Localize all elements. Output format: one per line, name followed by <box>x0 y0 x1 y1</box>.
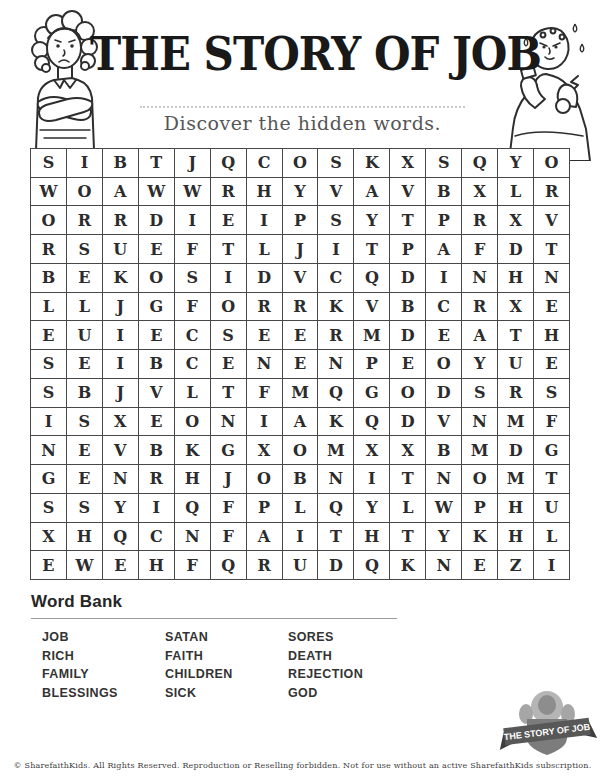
grid-cell[interactable]: K <box>390 551 425 579</box>
grid-cell[interactable]: O <box>534 149 569 177</box>
grid-cell[interactable]: S <box>175 264 210 292</box>
word-bank-word: BLESSINGS <box>42 684 165 703</box>
grid-cell[interactable]: F <box>175 235 210 263</box>
grid-cell[interactable]: S <box>67 494 102 522</box>
grid-cell[interactable]: D <box>498 235 533 263</box>
grid-cell[interactable]: L <box>390 494 425 522</box>
grid-cell[interactable]: R <box>498 379 533 407</box>
grid-cell[interactable]: L <box>67 293 102 321</box>
grid-cell[interactable]: R <box>247 293 282 321</box>
grid-cell[interactable]: L <box>31 293 66 321</box>
grid-cell[interactable]: E <box>103 551 138 579</box>
grid-cell[interactable]: A <box>354 178 389 206</box>
grid-cell[interactable]: H <box>498 264 533 292</box>
grid-cell[interactable]: F <box>211 494 246 522</box>
grid-cell[interactable]: K <box>462 523 497 551</box>
grid-cell[interactable]: Y <box>354 206 389 234</box>
grid-cell[interactable]: U <box>67 321 102 349</box>
grid-cell[interactable]: M <box>283 379 318 407</box>
grid-cell[interactable]: C <box>175 350 210 378</box>
grid-cell[interactable]: O <box>67 178 102 206</box>
word-bank-word: REJECTION <box>288 665 411 684</box>
grid-cell[interactable]: H <box>139 551 174 579</box>
grid-cell[interactable]: O <box>390 379 425 407</box>
grid-cell[interactable]: O <box>31 206 66 234</box>
grid-cell[interactable]: Q <box>211 551 246 579</box>
grid-cell[interactable]: S <box>318 149 353 177</box>
grid-cell[interactable]: W <box>31 178 66 206</box>
grid-cell[interactable]: V <box>426 408 461 436</box>
grid-cell[interactable]: Q <box>103 523 138 551</box>
grid-cell[interactable]: C <box>318 264 353 292</box>
grid-cell[interactable]: P <box>462 494 497 522</box>
grid-cell[interactable]: H <box>498 494 533 522</box>
grid-cell[interactable]: T <box>390 465 425 493</box>
grid-cell[interactable]: K <box>318 293 353 321</box>
dotted-divider <box>140 106 465 108</box>
story-of-job-badge: THE STORY OF JOB <box>497 686 597 758</box>
grid-cell[interactable]: S <box>211 321 246 349</box>
word-search-grid: SIBTJQCOSKXSQYOWOAWWRHYVAVBXLRORRDIEIPSY… <box>30 148 570 580</box>
grid-cell[interactable]: M <box>498 465 533 493</box>
grid-cell[interactable]: O <box>139 264 174 292</box>
grid-cell[interactable]: V <box>534 206 569 234</box>
grid-cell[interactable]: D <box>139 206 174 234</box>
grid-cell[interactable]: E <box>31 321 66 349</box>
grid-cell[interactable]: S <box>31 494 66 522</box>
grid-cell[interactable]: B <box>67 379 102 407</box>
grid-cell[interactable]: K <box>103 264 138 292</box>
grid-cell[interactable]: O <box>426 350 461 378</box>
grid-cell[interactable]: O <box>462 465 497 493</box>
grid-cell[interactable]: E <box>139 235 174 263</box>
badge-logo: THE STORY OF JOB <box>497 686 597 758</box>
grid-cell[interactable]: Y <box>103 494 138 522</box>
grid-cell[interactable]: X <box>354 436 389 464</box>
grid-cell[interactable]: J <box>283 235 318 263</box>
grid-cell[interactable]: G <box>534 436 569 464</box>
grid-cell[interactable]: H <box>498 523 533 551</box>
grid-cell[interactable]: E <box>139 321 174 349</box>
word-bank-column: JOBRICHFAMILYBLESSINGS <box>42 628 165 702</box>
grid-cell[interactable]: E <box>139 408 174 436</box>
grid-cell[interactable]: T <box>390 523 425 551</box>
grid-cell[interactable]: D <box>390 321 425 349</box>
grid-cell[interactable]: R <box>103 206 138 234</box>
grid-cell[interactable]: T <box>318 523 353 551</box>
grid-cell[interactable]: Q <box>354 551 389 579</box>
grid-cell[interactable]: K <box>175 436 210 464</box>
word-bank-word: GOD <box>288 684 411 703</box>
word-bank-word: SATAN <box>165 628 288 647</box>
grid-cell[interactable]: N <box>318 465 353 493</box>
grid-cell[interactable]: A <box>426 235 461 263</box>
grid-cell[interactable]: H <box>175 465 210 493</box>
grid-cell[interactable]: G <box>354 379 389 407</box>
grid-cell[interactable]: Q <box>354 408 389 436</box>
grid-cell[interactable]: I <box>67 149 102 177</box>
grid-cell[interactable]: N <box>31 436 66 464</box>
grid-cell[interactable]: O <box>283 149 318 177</box>
grid-cell[interactable]: O <box>247 465 282 493</box>
grid-cell[interactable]: K <box>354 149 389 177</box>
grid-cell[interactable]: B <box>390 293 425 321</box>
grid-cell[interactable]: X <box>498 206 533 234</box>
grid-cell[interactable]: B <box>426 436 461 464</box>
grid-cell[interactable]: D <box>247 264 282 292</box>
grid-cell[interactable]: X <box>103 408 138 436</box>
grid-cell[interactable]: I <box>247 206 282 234</box>
grid-cell[interactable]: L <box>498 178 533 206</box>
grid-cell[interactable]: N <box>534 264 569 292</box>
grid-cell[interactable]: D <box>390 264 425 292</box>
grid-cell[interactable]: S <box>31 379 66 407</box>
grid-cell[interactable]: T <box>211 379 246 407</box>
grid-cell[interactable]: I <box>103 350 138 378</box>
word-bank-column: SORESDEATHREJECTIONGOD <box>288 628 411 702</box>
grid-cell[interactable]: E <box>211 206 246 234</box>
word-bank-list: JOBRICHFAMILYBLESSINGSSATANFAITHCHILDREN… <box>42 628 442 702</box>
grid-cell[interactable]: J <box>211 465 246 493</box>
grid-cell[interactable]: U <box>283 551 318 579</box>
grid-cell[interactable]: F <box>175 551 210 579</box>
worksheet-page: THE STORY OF JOB Discover the hidden wor… <box>0 0 605 776</box>
grid-cell[interactable]: W <box>175 178 210 206</box>
grid-cell[interactable]: X <box>31 523 66 551</box>
grid-cell[interactable]: V <box>318 178 353 206</box>
grid-cell[interactable]: E <box>211 350 246 378</box>
grid-cell[interactable]: X <box>462 178 497 206</box>
grid-cell[interactable]: X <box>247 436 282 464</box>
grid-cell[interactable]: E <box>67 436 102 464</box>
grid-cell[interactable]: B <box>426 178 461 206</box>
grid-cell[interactable]: P <box>283 206 318 234</box>
grid-cell[interactable]: O <box>175 408 210 436</box>
page-title: THE STORY OF JOB <box>90 26 515 81</box>
grid-cell[interactable]: M <box>318 436 353 464</box>
grid-cell[interactable]: U <box>498 350 533 378</box>
grid-cell[interactable]: E <box>462 551 497 579</box>
grid-cell[interactable]: N <box>426 465 461 493</box>
grid-cell[interactable]: E <box>67 465 102 493</box>
grid-cell[interactable]: O <box>211 293 246 321</box>
grid-cell[interactable]: Q <box>354 264 389 292</box>
grid-cell[interactable]: T <box>211 235 246 263</box>
grid-cell[interactable]: Y <box>462 350 497 378</box>
grid-cell[interactable]: E <box>283 350 318 378</box>
grid-cell[interactable]: A <box>103 178 138 206</box>
grid-cell[interactable]: A <box>462 321 497 349</box>
grid-cell[interactable]: R <box>31 235 66 263</box>
grid-cell[interactable]: U <box>534 494 569 522</box>
copyright-text: © SharefaithKids. All Rights Reserved. R… <box>0 761 605 770</box>
grid-cell[interactable]: S <box>31 149 66 177</box>
grid-cell[interactable]: Z <box>498 551 533 579</box>
word-bank-word: JOB <box>42 628 165 647</box>
grid-cell[interactable]: X <box>498 293 533 321</box>
word-bank-heading: Word Bank <box>31 592 122 612</box>
grid-cell[interactable]: N <box>211 408 246 436</box>
grid-cell[interactable]: B <box>31 264 66 292</box>
grid-cell[interactable]: H <box>534 321 569 349</box>
grid-cell[interactable]: T <box>390 206 425 234</box>
grid-cell[interactable]: S <box>426 149 461 177</box>
grid-cell[interactable]: H <box>67 523 102 551</box>
grid-cell[interactable]: W <box>67 551 102 579</box>
grid-cell[interactable]: N <box>426 551 461 579</box>
grid-cell[interactable]: I <box>31 408 66 436</box>
grid-cell[interactable]: H <box>354 523 389 551</box>
grid-cell[interactable]: U <box>103 235 138 263</box>
grid-cell[interactable]: I <box>139 494 174 522</box>
grid-cell[interactable]: N <box>247 350 282 378</box>
grid-cell[interactable]: F <box>462 235 497 263</box>
grid-cell[interactable]: N <box>462 264 497 292</box>
grid-cell[interactable]: X <box>390 436 425 464</box>
grid-cell[interactable]: Y <box>354 494 389 522</box>
grid-cell[interactable]: R <box>247 551 282 579</box>
grid-cell[interactable]: O <box>283 436 318 464</box>
grid-cell[interactable]: L <box>247 235 282 263</box>
grid-cell[interactable]: D <box>318 551 353 579</box>
word-bank-column: SATANFAITHCHILDRENSICK <box>165 628 288 702</box>
grid-cell[interactable]: J <box>175 149 210 177</box>
grid-cell[interactable]: M <box>354 321 389 349</box>
grid-cell[interactable]: N <box>462 408 497 436</box>
grid-cell[interactable]: R <box>462 293 497 321</box>
grid-cell[interactable]: Q <box>175 494 210 522</box>
grid-cell[interactable]: Q <box>318 379 353 407</box>
grid-cell[interactable]: V <box>139 379 174 407</box>
grid-cell[interactable]: S <box>318 206 353 234</box>
grid-cell[interactable]: N <box>175 523 210 551</box>
grid-cell[interactable]: B <box>139 350 174 378</box>
grid-cell[interactable]: I <box>534 551 569 579</box>
grid-cell[interactable]: Y <box>426 523 461 551</box>
grid-cell[interactable]: Q <box>318 494 353 522</box>
grid-cell[interactable]: D <box>426 379 461 407</box>
word-bank-word: RICH <box>42 647 165 666</box>
word-bank-word: FAMILY <box>42 665 165 684</box>
grid-cell[interactable]: J <box>103 293 138 321</box>
grid-cell[interactable]: S <box>31 350 66 378</box>
grid-cell[interactable]: R <box>534 178 569 206</box>
grid-cell[interactable]: Y <box>498 149 533 177</box>
grid-cell[interactable]: L <box>534 523 569 551</box>
grid-cell[interactable]: I <box>318 235 353 263</box>
grid-cell[interactable]: B <box>283 465 318 493</box>
word-bank-word: DEATH <box>288 647 411 666</box>
grid-cell[interactable]: I <box>354 465 389 493</box>
grid-cell[interactable]: M <box>498 408 533 436</box>
grid-cell[interactable]: P <box>426 206 461 234</box>
word-bank-word: SICK <box>165 684 288 703</box>
grid-cell[interactable]: W <box>139 178 174 206</box>
grid-cell[interactable]: L <box>283 494 318 522</box>
grid-cell[interactable]: T <box>498 321 533 349</box>
word-bank-word: CHILDREN <box>165 665 288 684</box>
grid-cell[interactable]: V <box>283 264 318 292</box>
grid-cell[interactable]: A <box>247 523 282 551</box>
grid-cell[interactable]: Y <box>283 178 318 206</box>
grid-cell[interactable]: S <box>534 379 569 407</box>
grid-cell[interactable]: P <box>354 350 389 378</box>
grid-cell[interactable]: R <box>462 206 497 234</box>
grid-cell[interactable]: E <box>67 350 102 378</box>
grid-cell[interactable]: I <box>247 408 282 436</box>
grid-cell[interactable]: I <box>103 321 138 349</box>
grid-cell[interactable]: Q <box>462 149 497 177</box>
grid-cell[interactable]: E <box>390 350 425 378</box>
word-bank-divider <box>31 618 397 619</box>
grid-cell[interactable]: F <box>534 408 569 436</box>
grid-cell[interactable]: I <box>283 523 318 551</box>
grid-cell[interactable]: I <box>175 206 210 234</box>
grid-cell[interactable]: Q <box>211 149 246 177</box>
grid-cell[interactable]: J <box>103 379 138 407</box>
grid-cell[interactable]: F <box>175 293 210 321</box>
page-subtitle: Discover the hidden words. <box>90 112 515 134</box>
grid-cell[interactable]: P <box>390 235 425 263</box>
word-bank-word: FAITH <box>165 647 288 666</box>
grid-cell[interactable]: R <box>211 178 246 206</box>
grid-cell[interactable]: R <box>283 293 318 321</box>
grid-cell[interactable]: G <box>31 465 66 493</box>
grid-cell[interactable]: S <box>67 408 102 436</box>
grid-cell[interactable]: E <box>67 264 102 292</box>
grid-cell[interactable]: I <box>426 264 461 292</box>
grid-cell[interactable]: E <box>534 293 569 321</box>
grid-cell[interactable]: R <box>67 206 102 234</box>
grid-cell[interactable]: G <box>211 436 246 464</box>
grid-cell[interactable]: V <box>103 436 138 464</box>
grid-cell[interactable]: F <box>247 379 282 407</box>
grid-cell[interactable]: N <box>103 465 138 493</box>
grid-cell[interactable]: H <box>247 178 282 206</box>
grid-cell[interactable]: W <box>426 494 461 522</box>
grid-cell[interactable]: G <box>139 293 174 321</box>
grid-cell[interactable]: C <box>139 523 174 551</box>
grid-cell[interactable]: F <box>211 523 246 551</box>
grid-cell[interactable]: C <box>426 293 461 321</box>
grid-cell[interactable]: E <box>31 551 66 579</box>
grid-cell[interactable]: S <box>67 235 102 263</box>
grid-cell[interactable]: B <box>139 436 174 464</box>
grid-cell[interactable]: N <box>318 350 353 378</box>
grid-cell[interactable]: T <box>139 149 174 177</box>
grid-cell[interactable]: V <box>354 293 389 321</box>
grid-cell[interactable]: T <box>534 235 569 263</box>
grid-cell[interactable]: K <box>318 408 353 436</box>
grid-cell[interactable]: V <box>390 178 425 206</box>
grid-cell[interactable]: M <box>462 436 497 464</box>
grid-cell[interactable]: S <box>462 379 497 407</box>
grid-cell[interactable]: T <box>534 465 569 493</box>
grid-cell[interactable]: L <box>175 379 210 407</box>
grid-cell[interactable]: I <box>211 264 246 292</box>
word-bank-word: SORES <box>288 628 411 647</box>
grid-cell[interactable]: E <box>426 321 461 349</box>
grid-cell[interactable]: D <box>498 436 533 464</box>
grid-cell[interactable]: R <box>139 465 174 493</box>
grid-cell[interactable]: C <box>247 149 282 177</box>
grid-cell[interactable]: D <box>390 408 425 436</box>
grid-cell[interactable]: E <box>283 321 318 349</box>
grid-cell[interactable]: E <box>247 321 282 349</box>
grid-cell[interactable]: E <box>534 350 569 378</box>
grid-cell[interactable]: C <box>175 321 210 349</box>
grid-cell[interactable]: R <box>318 321 353 349</box>
grid-cell[interactable]: A <box>283 408 318 436</box>
grid-cell[interactable]: P <box>247 494 282 522</box>
grid-cell[interactable]: B <box>103 149 138 177</box>
grid-cell[interactable]: T <box>354 235 389 263</box>
grid-cell[interactable]: X <box>390 149 425 177</box>
